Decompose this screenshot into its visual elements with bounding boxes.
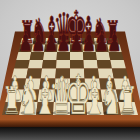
chess-game-window: ♜♞♝♛♚♝♞♜♟♟♟♟♟♟♟♟♟♟♟♟♟♟♟♟♜♞♝♛♚♝♞♜: [0, 0, 140, 140]
black-pawn[interactable]: ♟: [69, 23, 83, 58]
square-a5[interactable]: [14, 60, 30, 68]
black-pawn[interactable]: ♟: [107, 23, 121, 58]
black-pawn[interactable]: ♟: [82, 23, 96, 58]
black-pawn[interactable]: ♟: [31, 23, 45, 58]
black-pawn[interactable]: ♟: [44, 23, 58, 58]
square-b5[interactable]: [28, 60, 43, 68]
white-rook[interactable]: ♜: [119, 78, 138, 123]
black-pawn[interactable]: ♟: [95, 23, 109, 58]
black-pawn[interactable]: ♟: [19, 23, 33, 58]
square-g5[interactable]: [97, 60, 112, 68]
black-pawn[interactable]: ♟: [57, 23, 71, 58]
square-h5[interactable]: [110, 60, 126, 68]
chess-board[interactable]: ♜♞♝♛♚♝♞♜♟♟♟♟♟♟♟♟♟♟♟♟♟♟♟♟♜♞♝♛♚♝♞♜: [0, 0, 140, 140]
